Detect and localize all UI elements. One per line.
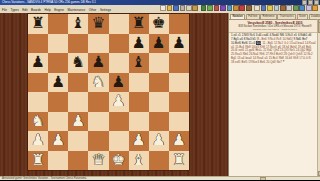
toolbar-group-3 (254, 5, 318, 11)
square-a4[interactable] (28, 92, 48, 112)
toolbar-group-2 (201, 5, 252, 11)
square-b1[interactable] (48, 151, 68, 171)
copy-icon[interactable] (186, 5, 192, 11)
open-icon[interactable] (167, 5, 173, 11)
white-pawn[interactable]: ♟ (28, 131, 48, 151)
white-pawn[interactable]: ♟ (68, 112, 88, 132)
white-queen[interactable]: ♛ (88, 151, 108, 171)
help-icon[interactable] (312, 5, 318, 11)
square-g5[interactable] (149, 73, 169, 93)
white-pawn[interactable]: ♟ (169, 131, 189, 151)
menu-item-file[interactable]: File (2, 8, 7, 12)
menu-item-engine[interactable]: Engine (54, 8, 64, 12)
black-pawn[interactable]: ♟ (169, 34, 189, 54)
square-e5[interactable]: ♟ (109, 73, 129, 93)
square-g7[interactable]: ♟ (149, 34, 169, 54)
square-d8[interactable]: ♛ (88, 14, 108, 34)
square-b5[interactable]: ♟ (48, 73, 68, 93)
new-board-icon[interactable] (160, 5, 166, 11)
square-f4[interactable] (129, 92, 149, 112)
black-bishop[interactable]: ♝ (68, 14, 88, 34)
square-f2[interactable]: ♟ (129, 131, 149, 151)
toolbar-group-1 (160, 5, 198, 11)
square-g3[interactable] (149, 112, 169, 132)
square-d2[interactable] (88, 131, 108, 151)
white-pawn[interactable]: ♟ (129, 131, 149, 151)
notation-tabs: NotationFull textReferenceTrain tacticsS… (229, 13, 320, 20)
square-g1[interactable] (149, 151, 169, 171)
square-a7[interactable] (28, 34, 48, 54)
white-rook[interactable]: ♜ (28, 151, 48, 171)
square-d7[interactable] (88, 34, 108, 54)
status-grip[interactable] (260, 177, 266, 180)
layout-icon[interactable] (280, 5, 286, 11)
game-header: Vasyukov,E 2580 - Sveshnikov,E 2610 B33 … (229, 20, 320, 33)
status-text: Annotated game: Sveshnikov Variation - T… (0, 177, 86, 180)
analysis-icon[interactable] (227, 5, 233, 11)
square-e7[interactable] (109, 34, 129, 54)
square-g6[interactable] (149, 53, 169, 73)
square-c5[interactable] (68, 73, 88, 93)
note-line: 12.Nc2 main-line tabiya - White to move (230, 28, 320, 31)
menu-item-edit[interactable]: Edit (22, 8, 27, 12)
square-e1[interactable]: ♚ (109, 151, 129, 171)
menu-item-other[interactable]: Other (89, 8, 97, 12)
square-g4[interactable] (149, 92, 169, 112)
square-a2[interactable]: ♟ (28, 131, 48, 151)
square-d4[interactable] (88, 92, 108, 112)
square-d3[interactable] (88, 112, 108, 132)
tab-train-tactics[interactable]: Train tactics (277, 14, 296, 19)
square-e4[interactable]: ♟ (109, 92, 129, 112)
square-a8[interactable]: ♜ (28, 14, 48, 34)
square-c1[interactable] (68, 151, 88, 171)
square-d6[interactable]: ♟ (88, 53, 108, 73)
square-a3[interactable]: ♞ (28, 112, 48, 132)
tab-reference[interactable]: Reference (260, 14, 277, 19)
square-h2[interactable]: ♟ (169, 131, 189, 151)
book-icon[interactable] (246, 5, 252, 11)
square-h7[interactable]: ♟ (169, 34, 189, 54)
square-e2[interactable] (109, 131, 129, 151)
square-a5[interactable] (28, 73, 48, 93)
levels-icon[interactable] (261, 5, 267, 11)
square-h1[interactable]: ♜ (169, 151, 189, 171)
square-c8[interactable]: ♝ (68, 14, 88, 34)
square-c4[interactable] (68, 92, 88, 112)
white-knight[interactable]: ♞ (28, 112, 48, 132)
notation-icon[interactable] (274, 5, 280, 11)
redo-icon[interactable] (207, 5, 213, 11)
square-b6[interactable] (48, 53, 68, 73)
square-f7[interactable]: ♟ (129, 34, 149, 54)
black-king[interactable]: ♚ (149, 14, 169, 34)
black-pawn[interactable]: ♟ (48, 73, 68, 93)
menu-item-types[interactable]: Types (11, 8, 19, 12)
square-b3[interactable] (48, 112, 68, 132)
white-pawn[interactable]: ♟ (109, 92, 129, 112)
square-g2[interactable]: ♟ (149, 131, 169, 151)
undo-icon[interactable] (201, 5, 207, 11)
square-b4[interactable] (48, 92, 68, 112)
engine-icon[interactable] (220, 5, 226, 11)
black-rook[interactable]: ♜ (28, 14, 48, 34)
square-h3[interactable] (169, 112, 189, 132)
square-a1[interactable]: ♜ (28, 151, 48, 171)
square-f3[interactable] (129, 112, 149, 132)
tab-score[interactable]: Score (297, 14, 309, 19)
square-c7[interactable] (68, 34, 88, 54)
notation-panel: NotationFull textReferenceTrain tacticsS… (228, 13, 320, 176)
square-g8[interactable]: ♚ (149, 14, 169, 34)
square-h8[interactable] (169, 14, 189, 34)
tab-notation[interactable]: Notation (230, 14, 245, 19)
white-king[interactable]: ♚ (109, 151, 129, 171)
menu-item-help[interactable]: Help (44, 8, 50, 12)
black-pawn[interactable]: ♟ (88, 53, 108, 73)
tree-icon[interactable] (293, 5, 299, 11)
square-f8[interactable]: ♜ (129, 14, 149, 34)
black-knight[interactable]: ♞ (68, 53, 88, 73)
square-f5[interactable] (129, 73, 149, 93)
cd-icon[interactable] (306, 5, 312, 11)
square-b8[interactable] (48, 14, 68, 34)
game-result: * (283, 60, 284, 64)
chess-board: ♜♝♛♜♚♟♟♟♟♞♟♝♟♞♟♟♞♟♟♟♟♟♟♜♛♚♝♜ (28, 14, 189, 170)
square-e6[interactable] (109, 53, 129, 73)
print-icon[interactable] (180, 5, 186, 11)
square-d5[interactable]: ♞ (88, 73, 108, 93)
white-knight[interactable]: ♞ (88, 73, 108, 93)
status-bar: Annotated game: Sveshnikov Variation - T… (0, 176, 320, 181)
square-c6[interactable]: ♞ (68, 53, 88, 73)
black-pawn[interactable]: ♟ (109, 73, 129, 93)
black-pawn[interactable]: ♟ (149, 34, 169, 54)
training-icon[interactable] (239, 5, 245, 11)
square-h5[interactable] (169, 73, 189, 93)
square-f1[interactable]: ♝ (129, 151, 149, 171)
square-e3[interactable] (109, 112, 129, 132)
square-e8[interactable] (109, 14, 129, 34)
new-game-icon[interactable] (254, 5, 260, 11)
square-a6[interactable]: ♟ (28, 53, 48, 73)
menu-item-settings[interactable]: Settings (100, 8, 111, 12)
white-pawn[interactable]: ♟ (149, 131, 169, 151)
chess-application-window: Chess Variations - SANDVG 4 PTRNA 50 ORs… (0, 0, 320, 180)
move-notation: 1.e4 c5 2.Nf3 Nc6 3.d4 cxd4 4.Nxd4 Nf6 5… (229, 33, 320, 65)
menu-bar: FileTypesEditBoardsHelpEngineMaintenance… (2, 8, 111, 12)
square-b7[interactable] (48, 34, 68, 54)
tab-full-text[interactable]: Full text (246, 14, 260, 19)
black-pawn[interactable]: ♟ (28, 53, 48, 73)
square-c3[interactable]: ♟ (68, 112, 88, 132)
white-bishop[interactable]: ♝ (129, 151, 149, 171)
white-rook[interactable]: ♜ (169, 151, 189, 171)
black-rook[interactable]: ♜ (129, 14, 149, 34)
square-b2[interactable]: ♟ (48, 131, 68, 151)
hint-icon[interactable] (267, 5, 273, 11)
black-bishop[interactable]: ♝ (129, 53, 149, 73)
menu-item-boards[interactable]: Boards (31, 8, 41, 12)
square-f6[interactable]: ♝ (129, 53, 149, 73)
paste-icon[interactable] (192, 5, 198, 11)
white-pawn[interactable]: ♟ (48, 131, 68, 151)
clock-icon[interactable] (286, 5, 292, 11)
black-queen[interactable]: ♛ (88, 14, 108, 34)
menu-item-maintenance[interactable]: Maintenance (67, 8, 85, 12)
square-c2[interactable] (68, 131, 88, 151)
flip-board-icon[interactable] (214, 5, 220, 11)
database-icon[interactable] (233, 5, 239, 11)
square-d1[interactable]: ♛ (88, 151, 108, 171)
black-pawn[interactable]: ♟ (129, 34, 149, 54)
square-h4[interactable] (169, 92, 189, 112)
square-h6[interactable] (169, 53, 189, 73)
net-icon[interactable] (299, 5, 305, 11)
toolbar (160, 5, 318, 11)
save-icon[interactable] (173, 5, 179, 11)
